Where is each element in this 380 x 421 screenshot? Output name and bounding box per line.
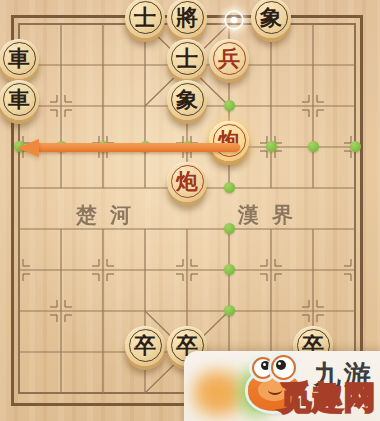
watermark-blur-blob-orange bbox=[194, 371, 242, 415]
piece-glyph: 士 bbox=[125, 0, 165, 38]
move-arrow bbox=[36, 143, 240, 152]
piece-black-chariot[interactable]: 車 bbox=[0, 80, 39, 120]
move-hint-dot[interactable] bbox=[224, 264, 235, 275]
highlight-marker-icon bbox=[224, 10, 244, 30]
move-hint-dot[interactable] bbox=[350, 141, 361, 152]
piece-glyph: 士 bbox=[167, 39, 207, 79]
piece-glyph: 炮 bbox=[209, 121, 249, 161]
move-hint-dot[interactable] bbox=[224, 305, 235, 316]
move-arrow-head-icon bbox=[17, 139, 39, 157]
piece-black-advisor[interactable]: 士 bbox=[167, 39, 207, 79]
move-hint-dot[interactable] bbox=[308, 141, 319, 152]
piece-black-elephant[interactable]: 象 bbox=[251, 0, 291, 38]
move-hint-dot[interactable] bbox=[224, 100, 235, 111]
move-hint-dot[interactable] bbox=[266, 141, 277, 152]
xiangqi-game-screen: 楚河 漢界 士將象車士兵車象炮炮卒卒卒 九游 觅趣网 bbox=[0, 0, 380, 421]
piece-glyph: 將 bbox=[167, 0, 207, 38]
piece-black-elephant[interactable]: 象 bbox=[167, 80, 207, 120]
watermark-card: 九游 觅趣网 bbox=[184, 351, 380, 421]
piece-black-advisor[interactable]: 士 bbox=[125, 0, 165, 38]
piece-glyph: 炮 bbox=[167, 162, 207, 202]
piece-glyph: 卒 bbox=[125, 326, 165, 366]
piece-glyph: 象 bbox=[251, 0, 291, 38]
move-hint-dot[interactable] bbox=[224, 182, 235, 193]
piece-black-chariot[interactable]: 車 bbox=[0, 39, 39, 79]
piece-glyph: 車 bbox=[0, 80, 39, 120]
piece-glyph: 車 bbox=[0, 39, 39, 79]
watermark-site-text: 觅趣网 bbox=[280, 377, 376, 419]
piece-glyph: 兵 bbox=[209, 39, 249, 79]
piece-glyph: 象 bbox=[167, 80, 207, 120]
piece-red-cannon[interactable]: 炮 bbox=[209, 121, 249, 161]
piece-red-cannon[interactable]: 炮 bbox=[167, 162, 207, 202]
piece-red-soldier[interactable]: 兵 bbox=[209, 39, 249, 79]
move-hint-dot[interactable] bbox=[224, 223, 235, 234]
piece-black-soldier[interactable]: 卒 bbox=[125, 326, 165, 366]
piece-black-general[interactable]: 將 bbox=[167, 0, 207, 38]
